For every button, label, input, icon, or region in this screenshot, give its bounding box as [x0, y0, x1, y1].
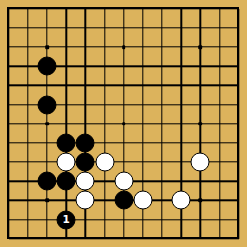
grid-line-vertical: [8, 57, 9, 76]
intersection[interactable]: [76, 191, 95, 210]
move-number-label: 1: [63, 214, 70, 225]
intersection[interactable]: [172, 153, 191, 172]
intersection[interactable]: [229, 229, 247, 247]
intersection[interactable]: [191, 172, 210, 191]
grid-line-vertical: [161, 210, 162, 229]
grid-line-vertical: [104, 172, 105, 191]
grid-line-vertical: [104, 9, 105, 19]
grid-line-vertical: [200, 9, 201, 19]
intersection[interactable]: [229, 0, 247, 18]
intersection[interactable]: [172, 0, 191, 18]
intersection[interactable]: [57, 76, 76, 95]
grid-line-vertical: [85, 18, 86, 37]
grid-line-vertical: [27, 9, 28, 19]
grid-line-vertical: [238, 229, 239, 239]
intersection[interactable]: [172, 114, 191, 133]
grid-line-vertical: [238, 18, 239, 37]
grid-line-vertical: [65, 191, 66, 210]
intersection[interactable]: [153, 95, 172, 114]
intersection[interactable]: [229, 37, 247, 56]
intersection[interactable]: [76, 210, 95, 229]
intersection[interactable]: [191, 229, 210, 247]
intersection[interactable]: [76, 172, 95, 191]
intersection[interactable]: [18, 114, 37, 133]
grid-line-vertical: [85, 76, 86, 95]
intersection[interactable]: [153, 0, 172, 18]
grid-line-horizontal: [9, 8, 19, 9]
grid-line-vertical: [46, 9, 47, 19]
intersection[interactable]: [76, 76, 95, 95]
black-stone: [37, 57, 56, 76]
grid-line-vertical: [238, 133, 239, 152]
intersection[interactable]: [37, 172, 56, 191]
grid-line-vertical: [200, 229, 201, 239]
grid-line-vertical: [161, 9, 162, 19]
intersection[interactable]: [57, 229, 76, 247]
intersection[interactable]: [133, 18, 152, 37]
intersection[interactable]: [210, 0, 229, 18]
intersection[interactable]: [229, 191, 247, 210]
intersection[interactable]: [95, 210, 114, 229]
intersection[interactable]: [153, 57, 172, 76]
intersection[interactable]: [210, 133, 229, 152]
intersection[interactable]: [95, 229, 114, 247]
intersection[interactable]: [172, 229, 191, 247]
intersection[interactable]: [76, 229, 95, 247]
intersection[interactable]: [18, 76, 37, 95]
intersection[interactable]: [172, 172, 191, 191]
intersection[interactable]: [229, 95, 247, 114]
grid-line-vertical: [8, 191, 9, 210]
grid-line-vertical: [123, 57, 124, 76]
intersection[interactable]: [172, 37, 191, 56]
grid-line-vertical: [238, 76, 239, 95]
intersection[interactable]: [210, 210, 229, 229]
grid-line-vertical: [104, 210, 105, 229]
intersection[interactable]: [37, 210, 56, 229]
grid-line-vertical: [161, 37, 162, 56]
intersection[interactable]: [37, 18, 56, 37]
intersection[interactable]: [57, 153, 76, 172]
intersection[interactable]: [114, 191, 133, 210]
grid-line-vertical: [219, 133, 220, 152]
intersection[interactable]: [0, 210, 18, 229]
grid-line-vertical: [8, 172, 9, 191]
grid-line-vertical: [85, 114, 86, 133]
intersection[interactable]: [210, 37, 229, 56]
intersection[interactable]: [18, 133, 37, 152]
intersection[interactable]: [153, 114, 172, 133]
intersection[interactable]: [229, 210, 247, 229]
intersection[interactable]: [210, 76, 229, 95]
intersection[interactable]: [229, 153, 247, 172]
intersection[interactable]: [76, 153, 95, 172]
intersection[interactable]: [210, 172, 229, 191]
white-stone: [133, 191, 152, 210]
intersection[interactable]: [172, 210, 191, 229]
intersection[interactable]: [133, 153, 152, 172]
intersection[interactable]: [57, 18, 76, 37]
intersection[interactable]: [37, 76, 56, 95]
intersection[interactable]: [18, 18, 37, 37]
grid-line-vertical: [238, 172, 239, 191]
intersection[interactable]: [95, 114, 114, 133]
grid-line-vertical: [85, 57, 86, 76]
intersection[interactable]: [37, 37, 56, 56]
grid-line-vertical: [46, 76, 47, 95]
grid-line-vertical: [8, 76, 9, 95]
grid-line-vertical: [123, 210, 124, 229]
grid-line-vertical: [219, 172, 220, 191]
intersection[interactable]: [172, 133, 191, 152]
intersection[interactable]: [114, 133, 133, 152]
grid-line-vertical: [104, 114, 105, 133]
grid-line-vertical: [142, 229, 143, 239]
intersection[interactable]: [114, 172, 133, 191]
white-stone: [191, 153, 210, 172]
intersection[interactable]: [18, 172, 37, 191]
intersection[interactable]: [133, 57, 152, 76]
grid-line-vertical: [85, 9, 86, 19]
intersection[interactable]: [37, 114, 56, 133]
intersection[interactable]: [229, 18, 247, 37]
grid-line-vertical: [142, 57, 143, 76]
intersection[interactable]: [191, 18, 210, 37]
intersection[interactable]: [191, 210, 210, 229]
intersection[interactable]: [57, 37, 76, 56]
intersection[interactable]: [57, 95, 76, 114]
grid-line-vertical: [181, 9, 182, 19]
intersection[interactable]: [57, 133, 76, 152]
intersection[interactable]: [0, 153, 18, 172]
grid-line-vertical: [181, 114, 182, 133]
grid-line-vertical: [238, 153, 239, 172]
intersection[interactable]: [0, 191, 18, 210]
hoshi-dot: [122, 122, 126, 126]
intersection[interactable]: [191, 37, 210, 56]
black-stone: [57, 133, 76, 152]
intersection[interactable]: [153, 191, 172, 210]
grid-line-vertical: [46, 153, 47, 172]
grid-line-vertical: [161, 229, 162, 239]
grid-line-vertical: [104, 76, 105, 95]
intersection[interactable]: [0, 172, 18, 191]
grid-line-vertical: [142, 37, 143, 56]
intersection[interactable]: [133, 191, 152, 210]
intersection[interactable]: [76, 95, 95, 114]
intersection[interactable]: [172, 76, 191, 95]
black-stone: [57, 172, 76, 191]
grid-line-vertical: [181, 37, 182, 56]
grid-line-vertical: [27, 191, 28, 210]
intersection[interactable]: [95, 191, 114, 210]
intersection[interactable]: [76, 37, 95, 56]
grid-line-vertical: [238, 9, 239, 19]
intersection[interactable]: [191, 191, 210, 210]
intersection[interactable]: [18, 229, 37, 247]
intersection[interactable]: [95, 172, 114, 191]
grid-line-horizontal: [9, 142, 19, 143]
go-diagram: 1: [0, 0, 247, 247]
intersection[interactable]: [133, 133, 152, 152]
intersection[interactable]: [191, 0, 210, 18]
intersection[interactable]: [57, 114, 76, 133]
grid-line-vertical: [181, 172, 182, 191]
intersection[interactable]: [133, 210, 152, 229]
intersection[interactable]: [191, 95, 210, 114]
intersection[interactable]: [153, 37, 172, 56]
intersection[interactable]: [133, 172, 152, 191]
grid-line-vertical: [27, 76, 28, 95]
grid-line-vertical: [8, 9, 9, 19]
grid-line-horizontal: [9, 238, 19, 239]
grid-line-vertical: [238, 57, 239, 76]
grid-line-vertical: [161, 95, 162, 114]
intersection[interactable]: [210, 95, 229, 114]
intersection[interactable]: [229, 57, 247, 76]
grid-line-vertical: [161, 191, 162, 210]
intersection[interactable]: [37, 95, 56, 114]
grid-line-vertical: [104, 229, 105, 239]
grid-line-vertical: [65, 229, 66, 239]
intersection[interactable]: [172, 57, 191, 76]
intersection[interactable]: [114, 95, 133, 114]
grid-line-vertical: [181, 210, 182, 229]
grid-line-vertical: [219, 95, 220, 114]
grid-line-vertical: [219, 210, 220, 229]
intersection[interactable]: [210, 18, 229, 37]
grid-line-vertical: [161, 153, 162, 172]
grid-line-vertical: [65, 18, 66, 37]
intersection[interactable]: 1: [57, 210, 76, 229]
intersection[interactable]: [0, 76, 18, 95]
intersection[interactable]: [172, 191, 191, 210]
grid-line-vertical: [123, 133, 124, 152]
intersection[interactable]: [0, 95, 18, 114]
grid-line-vertical: [8, 153, 9, 172]
intersection[interactable]: [18, 95, 37, 114]
grid-line-vertical: [65, 9, 66, 19]
grid-line-vertical: [8, 37, 9, 56]
intersection[interactable]: [114, 229, 133, 247]
intersection[interactable]: [57, 191, 76, 210]
intersection[interactable]: [133, 229, 152, 247]
grid-line-vertical: [142, 95, 143, 114]
black-stone: [76, 153, 95, 172]
grid-line-vertical: [238, 95, 239, 114]
grid-line-vertical: [8, 210, 9, 229]
intersection[interactable]: [153, 133, 172, 152]
intersection[interactable]: [153, 18, 172, 37]
intersection[interactable]: [0, 0, 18, 18]
grid-line-vertical: [181, 76, 182, 95]
grid-line-vertical: [219, 153, 220, 172]
intersection[interactable]: [95, 95, 114, 114]
grid-line-vertical: [65, 114, 66, 133]
grid-line-vertical: [200, 76, 201, 95]
grid-line-vertical: [27, 153, 28, 172]
grid-line-horizontal: [9, 46, 19, 47]
intersection[interactable]: [229, 172, 247, 191]
intersection[interactable]: [95, 18, 114, 37]
intersection[interactable]: [172, 18, 191, 37]
intersection[interactable]: [76, 0, 95, 18]
grid-line-vertical: [219, 114, 220, 133]
grid-line-vertical: [200, 18, 201, 37]
grid-line-vertical: [85, 95, 86, 114]
grid-line-vertical: [104, 57, 105, 76]
intersection[interactable]: [57, 172, 76, 191]
intersection[interactable]: [18, 191, 37, 210]
intersection[interactable]: [229, 114, 247, 133]
grid-line-horizontal: [9, 104, 19, 105]
intersection[interactable]: [191, 153, 210, 172]
intersection[interactable]: [114, 37, 133, 56]
grid-line-horizontal: [9, 181, 19, 182]
intersection[interactable]: [133, 37, 152, 56]
intersection[interactable]: [37, 0, 56, 18]
intersection[interactable]: [210, 114, 229, 133]
intersection[interactable]: [0, 229, 18, 247]
grid-line-vertical: [181, 95, 182, 114]
intersection[interactable]: [191, 57, 210, 76]
intersection[interactable]: [76, 114, 95, 133]
intersection[interactable]: [18, 0, 37, 18]
intersection[interactable]: [37, 153, 56, 172]
intersection[interactable]: [191, 114, 210, 133]
intersection[interactable]: [37, 57, 56, 76]
intersection[interactable]: [0, 37, 18, 56]
intersection[interactable]: [95, 37, 114, 56]
grid-line-vertical: [104, 37, 105, 56]
grid-line-vertical: [181, 133, 182, 152]
black-stone-move-1: 1: [57, 210, 76, 229]
hoshi-dot: [122, 45, 126, 49]
intersection[interactable]: [133, 95, 152, 114]
intersection[interactable]: [114, 210, 133, 229]
grid-line-vertical: [27, 229, 28, 239]
intersection[interactable]: [114, 0, 133, 18]
white-stone: [76, 172, 95, 191]
intersection[interactable]: [114, 114, 133, 133]
intersection[interactable]: [210, 57, 229, 76]
grid-line-vertical: [181, 18, 182, 37]
intersection[interactable]: [153, 210, 172, 229]
intersection[interactable]: [18, 57, 37, 76]
intersection[interactable]: [153, 153, 172, 172]
grid-line-vertical: [27, 172, 28, 191]
intersection[interactable]: [95, 153, 114, 172]
grid-line-vertical: [161, 76, 162, 95]
intersection[interactable]: [18, 37, 37, 56]
intersection[interactable]: [57, 57, 76, 76]
intersection[interactable]: [191, 133, 210, 152]
intersection[interactable]: [0, 114, 18, 133]
intersection[interactable]: [133, 114, 152, 133]
intersection[interactable]: [172, 95, 191, 114]
grid-line-vertical: [46, 18, 47, 37]
grid-line-vertical: [65, 95, 66, 114]
intersection[interactable]: [18, 153, 37, 172]
hoshi-dot: [45, 199, 49, 203]
grid-line-horizontal: [9, 219, 19, 220]
intersection[interactable]: [229, 76, 247, 95]
intersection[interactable]: [95, 57, 114, 76]
grid-line-vertical: [200, 172, 201, 191]
intersection[interactable]: [95, 133, 114, 152]
grid-line-horizontal: [9, 65, 19, 66]
intersection[interactable]: [210, 229, 229, 247]
intersection[interactable]: [37, 229, 56, 247]
grid-line-vertical: [161, 172, 162, 191]
intersection[interactable]: [0, 18, 18, 37]
intersection[interactable]: [153, 229, 172, 247]
grid-line-vertical: [219, 18, 220, 37]
grid-line-vertical: [200, 57, 201, 76]
grid-line-vertical: [123, 229, 124, 239]
intersection[interactable]: [153, 76, 172, 95]
intersection[interactable]: [37, 191, 56, 210]
grid-line-vertical: [8, 95, 9, 114]
intersection[interactable]: [95, 0, 114, 18]
intersection[interactable]: [114, 57, 133, 76]
intersection[interactable]: [153, 172, 172, 191]
grid-line-horizontal: [9, 85, 19, 86]
grid-line-vertical: [142, 153, 143, 172]
hoshi-dot: [199, 199, 203, 203]
grid-line-vertical: [123, 18, 124, 37]
intersection[interactable]: [95, 76, 114, 95]
intersection[interactable]: [57, 0, 76, 18]
intersection[interactable]: [76, 133, 95, 152]
intersection[interactable]: [229, 133, 247, 152]
white-stone: [114, 172, 133, 191]
grid-line-vertical: [8, 229, 9, 239]
intersection[interactable]: [191, 76, 210, 95]
hoshi-dot: [199, 122, 203, 126]
intersection[interactable]: [114, 153, 133, 172]
grid-line-vertical: [46, 133, 47, 152]
intersection[interactable]: [210, 153, 229, 172]
intersection[interactable]: [114, 76, 133, 95]
intersection[interactable]: [37, 133, 56, 152]
intersection[interactable]: [114, 18, 133, 37]
intersection[interactable]: [76, 57, 95, 76]
grid-line-vertical: [65, 57, 66, 76]
intersection[interactable]: [0, 57, 18, 76]
intersection[interactable]: [18, 210, 37, 229]
intersection[interactable]: [210, 191, 229, 210]
grid-line-vertical: [142, 114, 143, 133]
grid-line-horizontal: [9, 123, 19, 124]
intersection[interactable]: [133, 76, 152, 95]
intersection[interactable]: [0, 133, 18, 152]
grid-line-vertical: [200, 95, 201, 114]
white-stone: [57, 153, 76, 172]
intersection[interactable]: [76, 18, 95, 37]
grid-line-vertical: [85, 229, 86, 239]
black-stone: [76, 133, 95, 152]
grid-line-vertical: [123, 76, 124, 95]
black-stone: [37, 95, 56, 114]
hoshi-dot: [45, 45, 49, 49]
intersection[interactable]: [133, 0, 152, 18]
white-stone: [172, 191, 191, 210]
grid-line-vertical: [104, 95, 105, 114]
grid-line-vertical: [161, 114, 162, 133]
grid-line-vertical: [85, 37, 86, 56]
go-board[interactable]: 1: [0, 0, 247, 247]
